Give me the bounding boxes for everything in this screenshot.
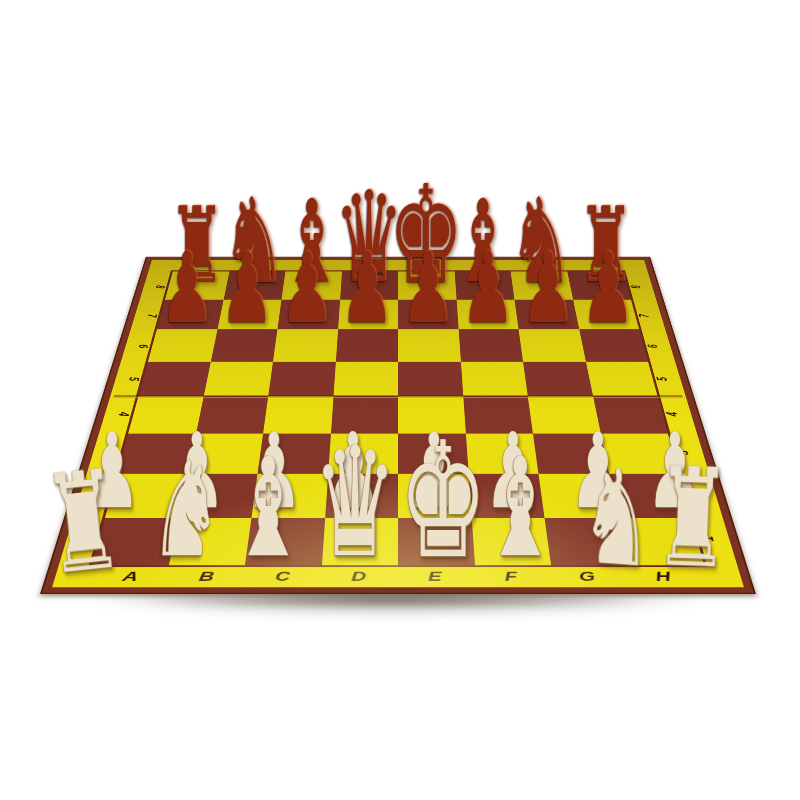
square-a5[interactable]: [138, 361, 210, 396]
rank-label-left-6: 6: [135, 344, 150, 348]
square-b5[interactable]: [203, 361, 273, 396]
square-g5[interactable]: [523, 361, 593, 396]
rank-label-left-5: 5: [126, 377, 142, 381]
square-f5[interactable]: [460, 361, 527, 396]
piece-red-pawn-e7[interactable]: ♟: [400, 239, 454, 337]
rank-label-right-6: 6: [645, 344, 660, 348]
piece-white-king-e1[interactable]: ♚: [399, 421, 488, 581]
piece-red-pawn-a7[interactable]: ♟: [160, 239, 214, 337]
square-e5[interactable]: [398, 361, 463, 396]
rank-label-right-5: 5: [654, 377, 670, 381]
piece-white-knight-b1[interactable]: ♞: [150, 444, 223, 576]
piece-white-knight-g1[interactable]: ♞: [577, 449, 659, 586]
piece-red-pawn-g7[interactable]: ♟: [521, 239, 575, 337]
photo-scene: ABCDEFGH 12345678 12345678 ♜♞♝♛♚♝♞♜♟♟♟♟♟…: [0, 0, 800, 800]
piece-white-bishop-c1[interactable]: ♝: [230, 440, 306, 576]
square-h5[interactable]: [585, 361, 657, 396]
piece-red-pawn-c7[interactable]: ♟: [280, 239, 334, 337]
piece-red-pawn-h7[interactable]: ♟: [581, 239, 635, 337]
square-d5[interactable]: [333, 361, 398, 396]
piece-white-rook-h1[interactable]: ♜: [652, 449, 732, 588]
piece-white-bishop-f1[interactable]: ♝: [482, 440, 558, 576]
piece-white-queen-d1[interactable]: ♛: [313, 428, 397, 580]
rank-label-right-7: 7: [637, 314, 652, 317]
piece-red-pawn-f7[interactable]: ♟: [460, 239, 514, 337]
board-shadow-core: [90, 594, 690, 610]
board-fold-line: [113, 395, 683, 398]
rank-label-left-7: 7: [144, 314, 159, 317]
square-c5[interactable]: [268, 361, 335, 396]
piece-white-rook-a1[interactable]: ♜: [38, 451, 127, 594]
piece-red-pawn-b7[interactable]: ♟: [220, 239, 274, 337]
piece-red-pawn-d7[interactable]: ♟: [340, 239, 394, 337]
